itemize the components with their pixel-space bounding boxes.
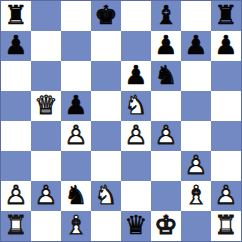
square-d3[interactable] [91, 151, 121, 181]
square-h2[interactable]: ♟♙ [211, 181, 241, 211]
piece-white-rook[interactable]: ♜♖ [211, 211, 241, 241]
black-knight-glyph: ♞ [154, 62, 177, 88]
piece-black-rook[interactable]: ♜ [211, 1, 241, 31]
square-g7[interactable]: ♟ [181, 31, 211, 61]
chess-board: ♜♚♝♜♟♟♟♟♟♞♛♕♟♞♘♟♙♟♙♟♙♟♙♟♙♟♙♞♞♘♝♗♟♙♜♖♝♗♛♚… [0, 0, 242, 242]
piece-white-pawn[interactable]: ♟♙ [211, 181, 241, 211]
square-g5[interactable] [181, 91, 211, 121]
square-d7[interactable] [91, 31, 121, 61]
square-b8[interactable] [31, 1, 61, 31]
piece-black-pawn[interactable]: ♟ [211, 31, 241, 61]
black-bishop-glyph: ♝ [154, 2, 177, 28]
square-a3[interactable] [1, 151, 31, 181]
square-h8[interactable]: ♜ [211, 1, 241, 31]
piece-white-pawn[interactable]: ♟♙ [31, 181, 61, 211]
white-bishop-outline: ♗ [64, 212, 87, 238]
square-a2[interactable]: ♟♙ [1, 181, 31, 211]
white-pawn-outline: ♙ [4, 182, 27, 208]
piece-black-queen[interactable]: ♛ [121, 211, 151, 241]
square-h1[interactable]: ♜♖ [211, 211, 241, 241]
square-c3[interactable] [61, 151, 91, 181]
square-c8[interactable] [61, 1, 91, 31]
piece-black-king[interactable]: ♚ [91, 1, 121, 31]
piece-white-queen[interactable]: ♛♕ [31, 91, 61, 121]
piece-white-pawn[interactable]: ♟♙ [121, 121, 151, 151]
black-rook-glyph: ♜ [4, 2, 27, 28]
white-knight-outline: ♘ [94, 182, 117, 208]
square-c2[interactable]: ♞ [61, 181, 91, 211]
square-e6[interactable]: ♟ [121, 61, 151, 91]
piece-white-knight[interactable]: ♞♘ [91, 181, 121, 211]
white-rook-outline: ♖ [4, 212, 27, 238]
square-b4[interactable] [31, 121, 61, 151]
square-g3[interactable]: ♟♙ [181, 151, 211, 181]
square-e5[interactable]: ♞♘ [121, 91, 151, 121]
square-a7[interactable]: ♟ [1, 31, 31, 61]
square-e7[interactable] [121, 31, 151, 61]
square-e8[interactable] [121, 1, 151, 31]
white-pawn-outline: ♙ [214, 182, 237, 208]
square-h5[interactable] [211, 91, 241, 121]
square-e3[interactable] [121, 151, 151, 181]
piece-black-pawn[interactable]: ♟ [151, 31, 181, 61]
white-pawn-outline: ♙ [34, 182, 57, 208]
piece-black-pawn[interactable]: ♟ [181, 31, 211, 61]
black-queen-glyph: ♛ [124, 212, 147, 238]
black-pawn-glyph: ♟ [214, 32, 237, 58]
square-b6[interactable] [31, 61, 61, 91]
black-pawn-glyph: ♟ [184, 32, 207, 58]
square-b3[interactable] [31, 151, 61, 181]
piece-black-rook[interactable]: ♜ [1, 1, 31, 31]
square-d8[interactable]: ♚ [91, 1, 121, 31]
square-b7[interactable] [31, 31, 61, 61]
square-f8[interactable]: ♝ [151, 1, 181, 31]
piece-black-pawn[interactable]: ♟ [121, 61, 151, 91]
piece-white-pawn[interactable]: ♟♙ [1, 181, 31, 211]
square-g1[interactable] [181, 211, 211, 241]
piece-black-bishop[interactable]: ♝ [151, 1, 181, 31]
square-f4[interactable]: ♟♙ [151, 121, 181, 151]
square-b2[interactable]: ♟♙ [31, 181, 61, 211]
square-f5[interactable] [151, 91, 181, 121]
square-f1[interactable]: ♚♔ [151, 211, 181, 241]
white-king-outline: ♔ [154, 212, 177, 238]
black-knight-glyph: ♞ [64, 182, 87, 208]
square-f2[interactable] [151, 181, 181, 211]
square-a8[interactable]: ♜ [1, 1, 31, 31]
square-h7[interactable]: ♟ [211, 31, 241, 61]
square-g6[interactable] [181, 61, 211, 91]
black-pawn-glyph: ♟ [124, 62, 147, 88]
square-g4[interactable] [181, 121, 211, 151]
square-c7[interactable] [61, 31, 91, 61]
white-queen-outline: ♕ [34, 92, 57, 118]
square-a6[interactable] [1, 61, 31, 91]
square-f7[interactable]: ♟ [151, 31, 181, 61]
square-h3[interactable] [211, 151, 241, 181]
piece-white-king[interactable]: ♚♔ [151, 211, 181, 241]
piece-white-rook[interactable]: ♜♖ [1, 211, 31, 241]
white-pawn-outline: ♙ [64, 122, 87, 148]
black-pawn-glyph: ♟ [154, 32, 177, 58]
square-c1[interactable]: ♝♗ [61, 211, 91, 241]
square-b1[interactable] [31, 211, 61, 241]
black-pawn-glyph: ♟ [4, 32, 27, 58]
square-d2[interactable]: ♞♘ [91, 181, 121, 211]
square-c6[interactable] [61, 61, 91, 91]
piece-white-bishop[interactable]: ♝♗ [181, 181, 211, 211]
square-a5[interactable] [1, 91, 31, 121]
white-pawn-outline: ♙ [154, 122, 177, 148]
square-d6[interactable] [91, 61, 121, 91]
square-a4[interactable] [1, 121, 31, 151]
piece-white-pawn[interactable]: ♟♙ [181, 151, 211, 181]
piece-black-pawn[interactable]: ♟ [61, 91, 91, 121]
black-rook-glyph: ♜ [214, 2, 237, 28]
white-knight-outline: ♘ [124, 92, 147, 118]
piece-white-pawn[interactable]: ♟♙ [151, 121, 181, 151]
square-d4[interactable] [91, 121, 121, 151]
square-c4[interactable]: ♟♙ [61, 121, 91, 151]
black-pawn-glyph: ♟ [64, 92, 87, 118]
piece-black-pawn[interactable]: ♟ [1, 31, 31, 61]
square-b5[interactable]: ♛♕ [31, 91, 61, 121]
square-f6[interactable]: ♞ [151, 61, 181, 91]
white-rook-outline: ♖ [214, 212, 237, 238]
square-e1[interactable]: ♛ [121, 211, 151, 241]
square-a1[interactable]: ♜♖ [1, 211, 31, 241]
piece-black-knight[interactable]: ♞ [61, 181, 91, 211]
square-f3[interactable] [151, 151, 181, 181]
black-king-glyph: ♚ [94, 2, 117, 28]
square-d5[interactable] [91, 91, 121, 121]
square-h4[interactable] [211, 121, 241, 151]
piece-white-pawn[interactable]: ♟♙ [61, 121, 91, 151]
square-c5[interactable]: ♟ [61, 91, 91, 121]
white-pawn-outline: ♙ [184, 152, 207, 178]
square-e2[interactable] [121, 181, 151, 211]
white-bishop-outline: ♗ [184, 182, 207, 208]
square-e4[interactable]: ♟♙ [121, 121, 151, 151]
white-pawn-outline: ♙ [124, 122, 147, 148]
piece-white-knight[interactable]: ♞♘ [121, 91, 151, 121]
piece-black-knight[interactable]: ♞ [151, 61, 181, 91]
square-g2[interactable]: ♝♗ [181, 181, 211, 211]
square-g8[interactable] [181, 1, 211, 31]
square-d1[interactable] [91, 211, 121, 241]
piece-white-bishop[interactable]: ♝♗ [61, 211, 91, 241]
square-h6[interactable] [211, 61, 241, 91]
